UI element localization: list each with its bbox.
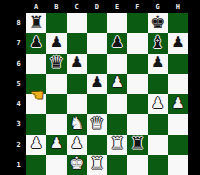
file-label-g: G (148, 2, 168, 12)
square-h5[interactable] (168, 74, 188, 94)
square-b6[interactable]: ♛ (46, 54, 66, 74)
square-d6[interactable] (87, 54, 107, 74)
rank-label-3: 3 (13, 114, 24, 134)
square-c5[interactable] (67, 74, 87, 94)
square-h8[interactable] (168, 13, 188, 33)
square-d1[interactable]: ♜ (87, 155, 107, 175)
square-d3[interactable]: ♛ (87, 114, 107, 134)
square-e5[interactable]: ♟ (107, 74, 127, 94)
rank-label-1: 1 (13, 155, 24, 175)
piece-black-pawn-g6[interactable]: ♟ (151, 55, 164, 70)
square-g5[interactable] (148, 74, 168, 94)
square-e8[interactable] (107, 13, 127, 33)
square-c3[interactable]: ♞ (67, 114, 87, 134)
square-a1[interactable] (26, 155, 46, 175)
piece-black-pawn-e7[interactable]: ♟ (110, 35, 123, 50)
piece-black-pawn-h7[interactable]: ♟ (171, 35, 184, 50)
square-f8[interactable] (127, 13, 147, 33)
square-d4[interactable] (87, 94, 107, 114)
square-g3[interactable] (148, 114, 168, 134)
file-label-c: C (67, 2, 87, 12)
square-e7[interactable]: ♟ (107, 33, 127, 53)
rank-label-2: 2 (13, 135, 24, 155)
square-a3[interactable] (26, 114, 46, 134)
square-e4[interactable] (107, 94, 127, 114)
square-d8[interactable] (87, 13, 107, 33)
square-c7[interactable] (67, 33, 87, 53)
file-label-e: E (107, 2, 127, 12)
square-h3[interactable] (168, 114, 188, 134)
square-e6[interactable] (107, 54, 127, 74)
piece-white-queen-d3[interactable]: ♛ (89, 115, 104, 132)
square-h2[interactable] (168, 135, 188, 155)
square-c2[interactable]: ♟ (67, 135, 87, 155)
piece-white-pawn-b2[interactable]: ♟ (50, 136, 63, 151)
square-a6[interactable] (26, 54, 46, 74)
square-a2[interactable]: ♟ (26, 135, 46, 155)
piece-black-rook-a8[interactable]: ♜ (29, 14, 44, 31)
square-d5[interactable]: ♟ (87, 74, 107, 94)
square-f3[interactable] (127, 114, 147, 134)
piece-white-pawn-h4[interactable]: ♟ (171, 96, 184, 111)
square-c4[interactable] (67, 94, 87, 114)
piece-black-pawn-b7[interactable]: ♟ (50, 35, 63, 50)
file-label-b: B (46, 2, 66, 12)
square-b8[interactable] (46, 13, 66, 33)
square-h4[interactable]: ♟ (168, 94, 188, 114)
piece-black-king-g8[interactable]: ♚ (150, 14, 165, 31)
square-a7[interactable]: ♟ (26, 33, 46, 53)
square-f1[interactable] (127, 155, 147, 175)
square-e2[interactable]: ♜ (107, 135, 127, 155)
square-g6[interactable]: ♟ (148, 54, 168, 74)
square-b2[interactable]: ♟ (46, 135, 66, 155)
square-g8[interactable]: ♚ (148, 13, 168, 33)
square-g2[interactable] (148, 135, 168, 155)
square-h6[interactable] (168, 54, 188, 74)
piece-white-knight-c3[interactable]: ♞ (69, 115, 84, 132)
square-f5[interactable] (127, 74, 147, 94)
file-labels: ABCDEFGH (26, 2, 188, 12)
piece-white-rook-d1[interactable]: ♜ (89, 155, 104, 172)
rank-label-5: 5 (13, 74, 24, 94)
piece-white-pawn-e5[interactable]: ♟ (110, 75, 123, 90)
square-b7[interactable]: ♟ (46, 33, 66, 53)
square-e1[interactable] (107, 155, 127, 175)
square-b4[interactable] (46, 94, 66, 114)
file-label-d: D (87, 2, 107, 12)
square-c8[interactable] (67, 13, 87, 33)
rank-labels: 87654321 (13, 13, 24, 175)
square-b3[interactable] (46, 114, 66, 134)
square-h1[interactable] (168, 155, 188, 175)
rank-label-6: 6 (13, 54, 24, 74)
file-label-h: H (168, 2, 188, 12)
rank-label-4: 4 (13, 94, 24, 114)
square-c6[interactable]: ♟ (67, 54, 87, 74)
square-g4[interactable]: ♟ (148, 94, 168, 114)
piece-black-bishop-g7[interactable]: ♝ (150, 34, 165, 51)
square-f6[interactable] (127, 54, 147, 74)
square-f7[interactable] (127, 33, 147, 53)
square-b5[interactable] (46, 74, 66, 94)
square-g1[interactable] (148, 155, 168, 175)
chess-board: ♜♚♟♟♟♝♟♛♟♟♟♟♟♟♞♛♟♟♟♜♜♚♜ (26, 13, 188, 175)
piece-black-rook-f2[interactable]: ♜ (130, 135, 145, 152)
square-d2[interactable] (87, 135, 107, 155)
piece-white-pawn-c2[interactable]: ♟ (70, 136, 83, 151)
piece-black-pawn-c6[interactable]: ♟ (70, 55, 83, 70)
square-b1[interactable] (46, 155, 66, 175)
piece-black-queen-b6[interactable]: ♛ (49, 54, 64, 71)
piece-white-pawn-g4[interactable]: ♟ (151, 96, 164, 111)
piece-white-king-c1[interactable]: ♚ (69, 155, 84, 172)
piece-black-pawn-d5[interactable]: ♟ (90, 75, 103, 90)
square-e3[interactable] (107, 114, 127, 134)
square-g7[interactable]: ♝ (148, 33, 168, 53)
rank-label-7: 7 (13, 33, 24, 53)
piece-white-pawn-a2[interactable]: ♟ (29, 136, 42, 151)
piece-black-pawn-a7[interactable]: ♟ (29, 35, 42, 50)
rank-label-8: 8 (13, 13, 24, 33)
game-screen: ABCDEFGH 87654321 ♜♚♟♟♟♝♟♛♟♟♟♟♟♟♞♛♟♟♟♜♜♚… (0, 0, 200, 175)
piece-white-rook-e2[interactable]: ♜ (110, 135, 125, 152)
square-a8[interactable]: ♜ (26, 13, 46, 33)
square-h7[interactable]: ♟ (168, 33, 188, 53)
hand-cursor: ☚ (28, 87, 46, 103)
square-c1[interactable]: ♚ (67, 155, 87, 175)
file-label-a: A (26, 2, 46, 12)
square-f2[interactable]: ♜ (127, 135, 147, 155)
square-d7[interactable] (87, 33, 107, 53)
square-f4[interactable] (127, 94, 147, 114)
file-label-f: F (127, 2, 147, 12)
